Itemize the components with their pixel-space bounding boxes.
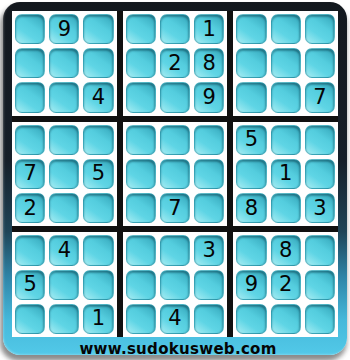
cell-r8c5[interactable]: [160, 270, 190, 300]
cell-r8c7[interactable]: 9: [236, 270, 266, 300]
cell-r7c5[interactable]: [160, 235, 190, 265]
cell-r8c2[interactable]: [49, 270, 79, 300]
cell-r6c5[interactable]: 7: [160, 193, 190, 223]
cell-r1c1[interactable]: [15, 14, 45, 44]
cell-r4c9[interactable]: [305, 125, 335, 155]
cell-r8c8[interactable]: 2: [271, 270, 301, 300]
cell-r3c4[interactable]: [126, 82, 156, 112]
cell-r6c6[interactable]: [194, 193, 224, 223]
sudoku-box-2-1: 752: [12, 122, 117, 227]
cell-r9c5[interactable]: 4: [160, 304, 190, 334]
cell-r5c1[interactable]: 7: [15, 159, 45, 189]
sudoku-box-3-3: 892: [233, 232, 338, 337]
cell-r5c2[interactable]: [49, 159, 79, 189]
cell-r3c8[interactable]: [271, 82, 301, 112]
cell-r3c2[interactable]: [49, 82, 79, 112]
cell-r1c9[interactable]: [305, 14, 335, 44]
cell-r2c7[interactable]: [236, 48, 266, 78]
cell-r9c7[interactable]: [236, 304, 266, 334]
cell-r7c4[interactable]: [126, 235, 156, 265]
cell-r6c9[interactable]: 3: [305, 193, 335, 223]
cell-r1c7[interactable]: [236, 14, 266, 44]
cell-r1c5[interactable]: [160, 14, 190, 44]
cell-r4c7[interactable]: 5: [236, 125, 266, 155]
cell-r6c4[interactable]: [126, 193, 156, 223]
cell-r9c9[interactable]: [305, 304, 335, 334]
website-url[interactable]: www.sudokusweb.com: [79, 340, 276, 358]
cell-r7c6[interactable]: 3: [194, 235, 224, 265]
sudoku-box-3-1: 451: [12, 232, 117, 337]
cell-r4c6[interactable]: [194, 125, 224, 155]
cell-r2c1[interactable]: [15, 48, 45, 78]
cell-r3c3[interactable]: 4: [83, 82, 113, 112]
cell-r4c4[interactable]: [126, 125, 156, 155]
cell-r2c3[interactable]: [83, 48, 113, 78]
cell-r2c4[interactable]: [126, 48, 156, 78]
cell-r8c9[interactable]: [305, 270, 335, 300]
cell-r1c8[interactable]: [271, 14, 301, 44]
cell-r5c3[interactable]: 5: [83, 159, 113, 189]
cell-r3c6[interactable]: 9: [194, 82, 224, 112]
cell-r8c3[interactable]: [83, 270, 113, 300]
cell-r1c6[interactable]: 1: [194, 14, 224, 44]
cell-r9c1[interactable]: [15, 304, 45, 334]
cell-r2c6[interactable]: 8: [194, 48, 224, 78]
cell-r7c3[interactable]: [83, 235, 113, 265]
sudoku-box-2-3: 5183: [233, 122, 338, 227]
cell-r6c7[interactable]: 8: [236, 193, 266, 223]
cell-r5c5[interactable]: [160, 159, 190, 189]
cell-r8c1[interactable]: 5: [15, 270, 45, 300]
cell-r2c9[interactable]: [305, 48, 335, 78]
cell-r2c5[interactable]: 2: [160, 48, 190, 78]
cell-r1c4[interactable]: [126, 14, 156, 44]
sudoku-box-1-2: 1289: [123, 11, 228, 116]
sudoku-page: 94128977527518345134892 www.sudokusweb.c…: [0, 0, 350, 360]
cell-r8c4[interactable]: [126, 270, 156, 300]
cell-r7c7[interactable]: [236, 235, 266, 265]
cell-r7c1[interactable]: [15, 235, 45, 265]
cell-r5c8[interactable]: 1: [271, 159, 301, 189]
cell-r5c6[interactable]: [194, 159, 224, 189]
cell-r9c2[interactable]: [49, 304, 79, 334]
cell-r6c1[interactable]: 2: [15, 193, 45, 223]
cell-r9c8[interactable]: [271, 304, 301, 334]
cell-r2c2[interactable]: [49, 48, 79, 78]
cell-r5c9[interactable]: [305, 159, 335, 189]
cell-r1c2[interactable]: 9: [49, 14, 79, 44]
cell-r4c3[interactable]: [83, 125, 113, 155]
cell-r9c4[interactable]: [126, 304, 156, 334]
sudoku-grid: 94128977527518345134892: [12, 11, 338, 337]
sudoku-box-2-2: 7: [123, 122, 228, 227]
cell-r5c7[interactable]: [236, 159, 266, 189]
cell-r3c9[interactable]: 7: [305, 82, 335, 112]
cell-r3c5[interactable]: [160, 82, 190, 112]
cell-r3c1[interactable]: [15, 82, 45, 112]
cell-r9c3[interactable]: 1: [83, 304, 113, 334]
cell-r6c2[interactable]: [49, 193, 79, 223]
cell-r5c4[interactable]: [126, 159, 156, 189]
board-frame: 94128977527518345134892 www.sudokusweb.c…: [3, 2, 347, 355]
cell-r9c6[interactable]: [194, 304, 224, 334]
sudoku-box-1-1: 94: [12, 11, 117, 116]
sudoku-box-3-2: 34: [123, 232, 228, 337]
cell-r4c2[interactable]: [49, 125, 79, 155]
cell-r7c2[interactable]: 4: [49, 235, 79, 265]
cell-r4c5[interactable]: [160, 125, 190, 155]
cell-r6c3[interactable]: [83, 193, 113, 223]
cell-r6c8[interactable]: [271, 193, 301, 223]
cell-r3c7[interactable]: [236, 82, 266, 112]
sudoku-box-1-3: 7: [233, 11, 338, 116]
footer-bar: www.sudokusweb.com: [6, 340, 350, 358]
cell-r8c6[interactable]: [194, 270, 224, 300]
cell-r4c8[interactable]: [271, 125, 301, 155]
cell-r7c8[interactable]: 8: [271, 235, 301, 265]
cell-r1c3[interactable]: [83, 14, 113, 44]
cell-r2c8[interactable]: [271, 48, 301, 78]
cell-r4c1[interactable]: [15, 125, 45, 155]
cell-r7c9[interactable]: [305, 235, 335, 265]
